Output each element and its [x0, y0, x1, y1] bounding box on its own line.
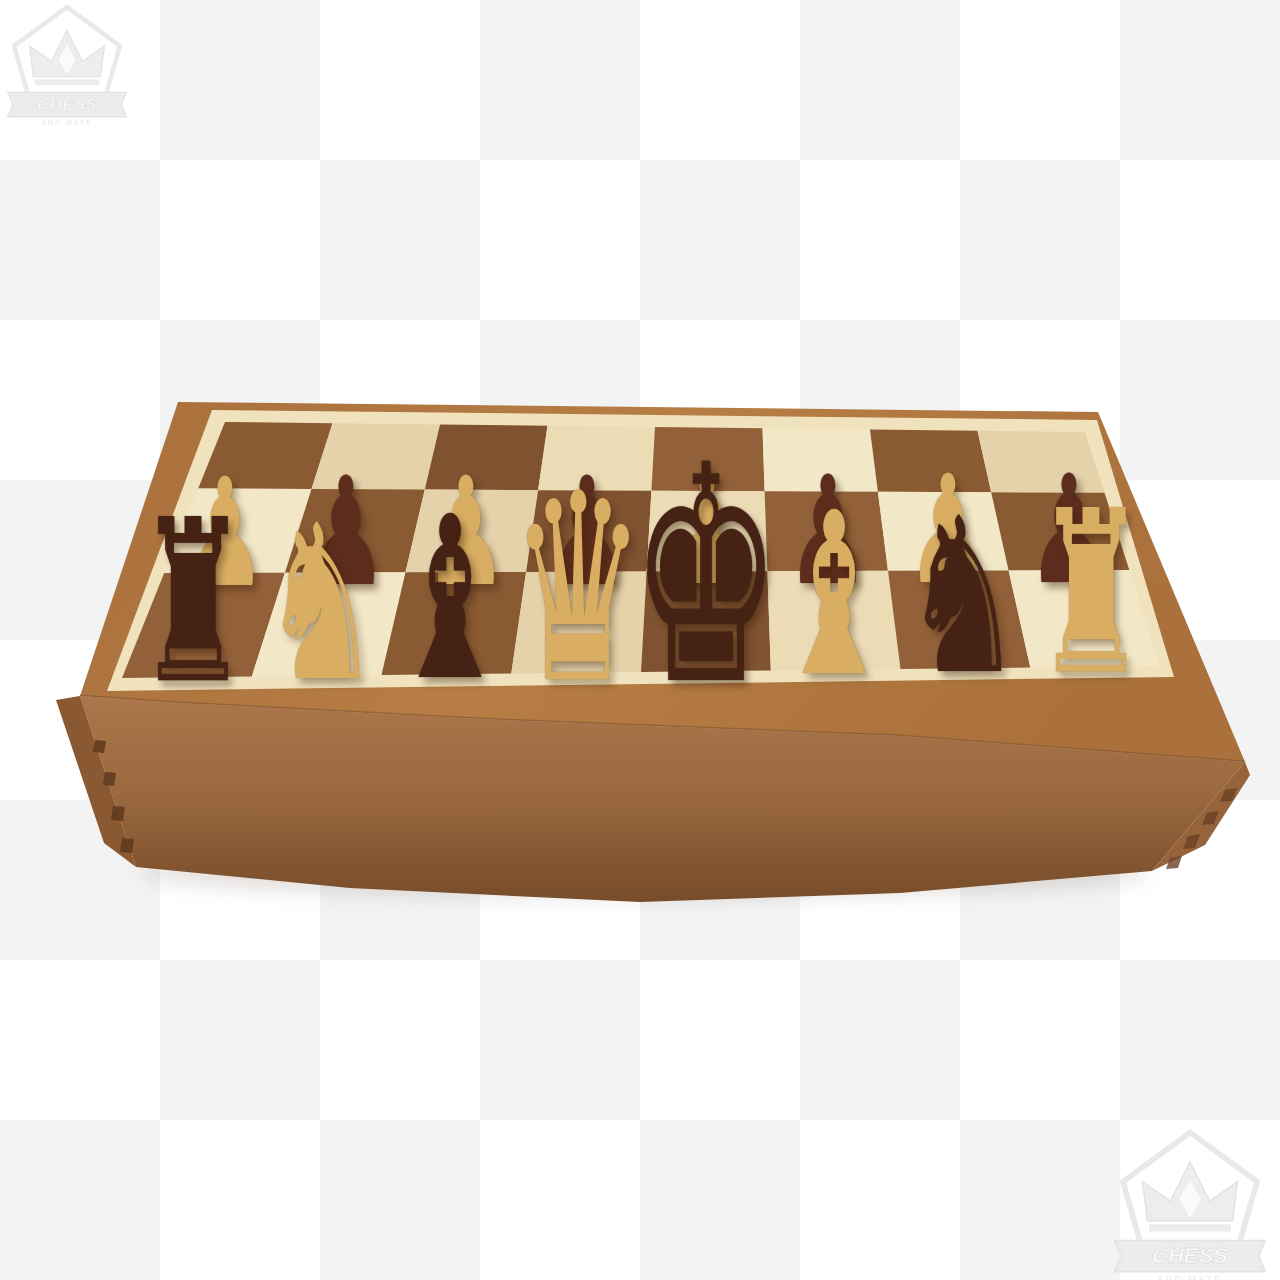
- product-photo: CHESS AND MATE CHESS AND MATE: [0, 0, 1280, 1280]
- chess-piece-light-rook: ♜: [990, 481, 1192, 706]
